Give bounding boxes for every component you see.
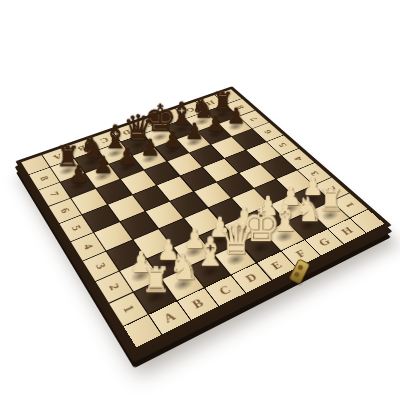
file-label-text: H (338, 224, 356, 238)
board-face: ABCDEFGH8♜♞♝♛♚♝♞♜87♟♟♟♟♟♟♟♟7665544332♟♟♟… (15, 86, 391, 354)
file-label-text: B (189, 296, 207, 312)
file-label-text: C (216, 283, 234, 299)
rank-label-text: 4 (79, 241, 97, 252)
rank-label-text: 2 (105, 281, 124, 293)
file-label-text: A (161, 309, 179, 326)
rank-label-text: 5 (275, 141, 290, 149)
piece-white-rook[interactable]: ♜ (132, 264, 181, 298)
rank-label-text: 1 (119, 303, 138, 316)
rank-label-text: 8 (36, 174, 52, 182)
file-label-text: D (242, 270, 260, 286)
rank-label-text: 4 (291, 155, 306, 163)
chess-set-photo: ABCDEFGH8♜♞♝♛♚♝♞♜87♟♟♟♟♟♟♟♟7665544332♟♟♟… (0, 0, 400, 400)
rank-label-text: 3 (91, 261, 109, 272)
piece-black-pawn[interactable]: ♟ (58, 162, 99, 186)
rank-label-text: 6 (56, 206, 73, 215)
file-label-text: G (315, 235, 334, 249)
file-label-text: E (268, 258, 285, 273)
rank-label-text: 7 (46, 190, 63, 199)
chess-board: ABCDEFGH8♜♞♝♛♚♝♞♜87♟♟♟♟♟♟♟♟7665544332♟♟♟… (15, 86, 391, 354)
board-grid: ABCDEFGH8♜♞♝♛♚♝♞♜87♟♟♟♟♟♟♟♟7665544332♟♟♟… (21, 89, 384, 347)
rank-label-text: 6 (261, 128, 275, 135)
rank-label-text: 5 (67, 223, 84, 233)
